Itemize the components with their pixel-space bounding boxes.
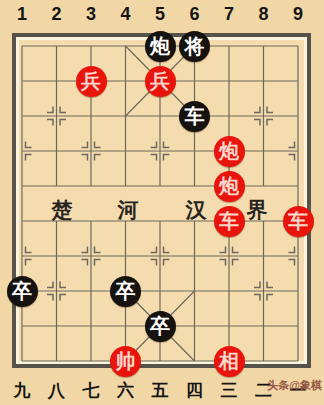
file-label-bottom-2: 八 (45, 379, 69, 402)
pieces-layer[interactable]: 炮将兵兵车炮炮车车卒卒卒帅相 (5, 29, 316, 379)
xiangqi-board-screenshot: 123456789 楚河汉界 炮将兵兵车炮炮车车卒卒卒帅相 九八七六五四三二一 … (0, 0, 324, 405)
piece-red-cannon-c7r4[interactable]: 炮 (214, 136, 245, 167)
file-label-bottom-5: 五 (148, 379, 172, 402)
watermark: 头条@象棋 (267, 378, 322, 393)
piece-red-general-c4r10[interactable]: 帅 (110, 346, 141, 377)
piece-red-elephant-c7r10[interactable]: 相 (214, 346, 245, 377)
piece-black-chariot-c6r3[interactable]: 车 (179, 101, 210, 132)
file-label-bottom-1: 九 (10, 379, 34, 402)
piece-red-chariot-c9r6[interactable]: 车 (283, 206, 314, 237)
piece-red-chariot-c7r6[interactable]: 车 (214, 206, 245, 237)
piece-red-soldier-c5r2[interactable]: 兵 (145, 66, 176, 97)
file-label-bottom-4: 六 (114, 379, 138, 402)
piece-black-cannon-c5r1[interactable]: 炮 (145, 31, 176, 62)
piece-black-soldier-c4r8[interactable]: 卒 (110, 276, 141, 307)
piece-red-cannon-c7r5[interactable]: 炮 (214, 171, 245, 202)
piece-red-soldier-c3r2[interactable]: 兵 (76, 66, 107, 97)
file-label-bottom-6: 四 (183, 379, 207, 402)
piece-black-general-c6r1[interactable]: 将 (179, 31, 210, 62)
piece-black-soldier-c5r9[interactable]: 卒 (145, 311, 176, 342)
file-label-bottom-3: 七 (79, 379, 103, 402)
file-label-bottom-7: 三 (217, 379, 241, 402)
piece-black-soldier-c1r8[interactable]: 卒 (7, 276, 38, 307)
